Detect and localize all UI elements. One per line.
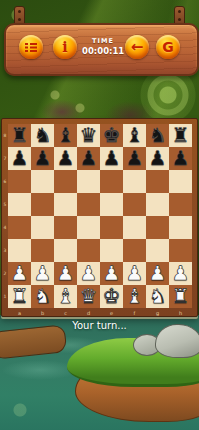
white-pawn[interactable]: ♟ bbox=[11, 262, 29, 285]
square-f4[interactable] bbox=[123, 216, 146, 239]
square-a1[interactable]: ♜ bbox=[8, 285, 31, 308]
black-pawn[interactable]: ♟ bbox=[34, 147, 52, 170]
square-b6[interactable] bbox=[31, 170, 54, 193]
square-a6[interactable] bbox=[8, 170, 31, 193]
back-button[interactable]: ← bbox=[125, 35, 149, 59]
square-c6[interactable] bbox=[54, 170, 77, 193]
square-f5[interactable] bbox=[123, 193, 146, 216]
square-b2[interactable]: ♟ bbox=[31, 262, 54, 285]
square-f3[interactable] bbox=[123, 239, 146, 262]
square-d7[interactable]: ♟ bbox=[77, 147, 100, 170]
square-b1[interactable]: ♞ bbox=[31, 285, 54, 308]
square-b4[interactable] bbox=[31, 216, 54, 239]
square-e3[interactable] bbox=[100, 239, 123, 262]
back-arrow-icon: ← bbox=[131, 40, 144, 55]
file-label-d: d bbox=[77, 308, 100, 317]
white-pawn[interactable]: ♟ bbox=[172, 262, 190, 285]
square-g2[interactable]: ♟ bbox=[146, 262, 169, 285]
timer-display: TIME 00:00:11 bbox=[82, 37, 124, 56]
square-g8[interactable]: ♞ bbox=[146, 124, 169, 147]
black-pawn[interactable]: ♟ bbox=[126, 147, 144, 170]
square-c8[interactable]: ♝ bbox=[54, 124, 77, 147]
square-e4[interactable] bbox=[100, 216, 123, 239]
black-bishop[interactable]: ♝ bbox=[57, 124, 75, 147]
square-c7[interactable]: ♟ bbox=[54, 147, 77, 170]
black-king[interactable]: ♚ bbox=[103, 124, 121, 147]
file-label-e: e bbox=[100, 308, 123, 317]
square-f6[interactable] bbox=[123, 170, 146, 193]
file-labels: abcdefgh bbox=[8, 308, 192, 317]
square-d5[interactable] bbox=[77, 193, 100, 216]
square-h2[interactable]: ♟ bbox=[169, 262, 192, 285]
square-d2[interactable]: ♟ bbox=[77, 262, 100, 285]
white-bishop[interactable]: ♝ bbox=[126, 285, 144, 308]
square-g4[interactable] bbox=[146, 216, 169, 239]
square-d1[interactable]: ♛ bbox=[77, 285, 100, 308]
black-pawn[interactable]: ♟ bbox=[103, 147, 121, 170]
info-button[interactable]: i bbox=[53, 35, 77, 59]
square-d4[interactable] bbox=[77, 216, 100, 239]
black-rook[interactable]: ♜ bbox=[11, 124, 29, 147]
square-g3[interactable] bbox=[146, 239, 169, 262]
white-queen[interactable]: ♛ bbox=[80, 285, 98, 308]
square-d3[interactable] bbox=[77, 239, 100, 262]
timer-value: 00:00:11 bbox=[82, 46, 124, 56]
black-pawn[interactable]: ♟ bbox=[57, 147, 75, 170]
square-a7[interactable]: ♟ bbox=[8, 147, 31, 170]
app-screen: i TIME 00:00:11 ← G 87654321 ♜♞♝♛♚♝♞♜♟♟♟… bbox=[0, 0, 199, 430]
file-label-g: g bbox=[146, 308, 169, 317]
google-g-icon: G bbox=[162, 40, 174, 54]
file-label-h: h bbox=[169, 308, 192, 317]
square-b3[interactable] bbox=[31, 239, 54, 262]
square-e5[interactable] bbox=[100, 193, 123, 216]
square-c4[interactable] bbox=[54, 216, 77, 239]
white-king[interactable]: ♚ bbox=[103, 285, 121, 308]
file-label-f: f bbox=[123, 308, 146, 317]
white-pawn[interactable]: ♟ bbox=[80, 262, 98, 285]
square-c1[interactable]: ♝ bbox=[54, 285, 77, 308]
square-e6[interactable] bbox=[100, 170, 123, 193]
square-c3[interactable] bbox=[54, 239, 77, 262]
black-knight[interactable]: ♞ bbox=[34, 124, 52, 147]
square-b8[interactable]: ♞ bbox=[31, 124, 54, 147]
chess-board: 87654321 ♜♞♝♛♚♝♞♜♟♟♟♟♟♟♟♟♟♟♟♟♟♟♟♟♜♞♝♛♚♝♞… bbox=[1, 118, 198, 317]
square-c2[interactable]: ♟ bbox=[54, 262, 77, 285]
square-g5[interactable] bbox=[146, 193, 169, 216]
white-pawn[interactable]: ♟ bbox=[103, 262, 121, 285]
white-pawn[interactable]: ♟ bbox=[126, 262, 144, 285]
square-h8[interactable]: ♜ bbox=[169, 124, 192, 147]
square-a5[interactable] bbox=[8, 193, 31, 216]
black-queen[interactable]: ♛ bbox=[80, 124, 98, 147]
square-f1[interactable]: ♝ bbox=[123, 285, 146, 308]
square-f8[interactable]: ♝ bbox=[123, 124, 146, 147]
square-h7[interactable]: ♟ bbox=[169, 147, 192, 170]
square-a2[interactable]: ♟ bbox=[8, 262, 31, 285]
square-b7[interactable]: ♟ bbox=[31, 147, 54, 170]
turn-status: Your turn... bbox=[0, 320, 199, 331]
file-label-b: b bbox=[31, 308, 54, 317]
square-h5[interactable] bbox=[169, 193, 192, 216]
white-rook[interactable]: ♜ bbox=[11, 285, 29, 308]
google-play-button[interactable]: G bbox=[156, 35, 180, 59]
black-pawn[interactable]: ♟ bbox=[149, 147, 167, 170]
square-f7[interactable]: ♟ bbox=[123, 147, 146, 170]
menu-button[interactable] bbox=[19, 35, 43, 59]
square-g1[interactable]: ♞ bbox=[146, 285, 169, 308]
square-c5[interactable] bbox=[54, 193, 77, 216]
square-h6[interactable] bbox=[169, 170, 192, 193]
square-a3[interactable] bbox=[8, 239, 31, 262]
white-rook[interactable]: ♜ bbox=[172, 285, 190, 308]
black-rook[interactable]: ♜ bbox=[172, 124, 190, 147]
square-d8[interactable]: ♛ bbox=[77, 124, 100, 147]
list-menu-icon bbox=[25, 42, 37, 52]
square-h3[interactable] bbox=[169, 239, 192, 262]
file-label-c: c bbox=[54, 308, 77, 317]
white-knight[interactable]: ♞ bbox=[149, 285, 167, 308]
square-a4[interactable] bbox=[8, 216, 31, 239]
square-f2[interactable]: ♟ bbox=[123, 262, 146, 285]
square-e7[interactable]: ♟ bbox=[100, 147, 123, 170]
square-a8[interactable]: ♜ bbox=[8, 124, 31, 147]
square-e1[interactable]: ♚ bbox=[100, 285, 123, 308]
white-pawn[interactable]: ♟ bbox=[34, 262, 52, 285]
black-pawn[interactable]: ♟ bbox=[172, 147, 190, 170]
square-e2[interactable]: ♟ bbox=[100, 262, 123, 285]
square-b5[interactable] bbox=[31, 193, 54, 216]
black-pawn[interactable]: ♟ bbox=[11, 147, 29, 170]
grass-bank bbox=[67, 330, 199, 425]
white-bishop[interactable]: ♝ bbox=[57, 285, 75, 308]
square-g6[interactable] bbox=[146, 170, 169, 193]
square-e8[interactable]: ♚ bbox=[100, 124, 123, 147]
square-g7[interactable]: ♟ bbox=[146, 147, 169, 170]
info-icon: i bbox=[62, 40, 67, 54]
white-knight[interactable]: ♞ bbox=[34, 285, 52, 308]
square-h4[interactable] bbox=[169, 216, 192, 239]
board-squares: ♜♞♝♛♚♝♞♜♟♟♟♟♟♟♟♟♟♟♟♟♟♟♟♟♜♞♝♛♚♝♞♜ bbox=[8, 124, 192, 308]
square-h1[interactable]: ♜ bbox=[169, 285, 192, 308]
file-label-a: a bbox=[8, 308, 31, 317]
square-d6[interactable] bbox=[77, 170, 100, 193]
white-pawn[interactable]: ♟ bbox=[57, 262, 75, 285]
white-pawn[interactable]: ♟ bbox=[149, 262, 167, 285]
black-pawn[interactable]: ♟ bbox=[80, 147, 98, 170]
timer-label: TIME bbox=[82, 37, 124, 45]
black-knight[interactable]: ♞ bbox=[149, 124, 167, 147]
black-bishop[interactable]: ♝ bbox=[126, 124, 144, 147]
